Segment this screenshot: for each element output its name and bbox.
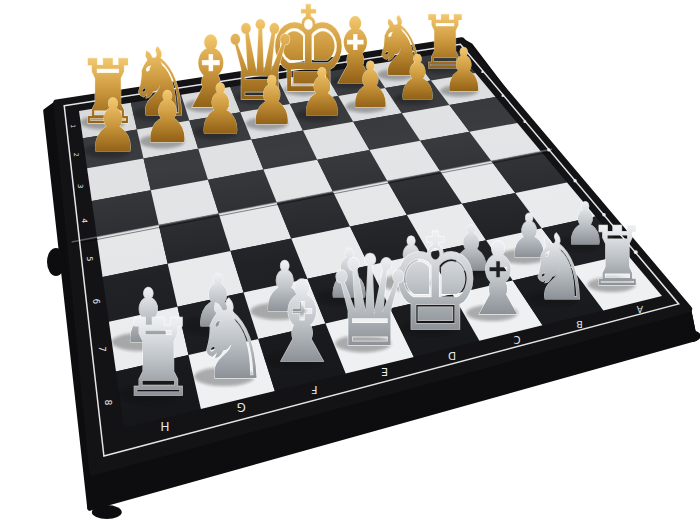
piece-gold-pawn[interactable]: ♟ <box>298 55 345 131</box>
rank-label-1: 1 <box>70 124 76 128</box>
rank-label-5: 5 <box>85 257 94 262</box>
chess-board: HGFEDCBA12345678♜♞♝♚♟♛♟♝♟♞♟♜♟♟♟♟♟♟♟♟♜♟♞♟… <box>0 0 700 521</box>
frame-latch <box>47 248 65 276</box>
rank-label-8: 8 <box>103 399 114 405</box>
file-label-B: B <box>576 319 583 330</box>
right-edge-tick-dot <box>573 179 576 182</box>
rank-label-6: 6 <box>91 299 101 304</box>
frame-foot-left <box>92 505 122 519</box>
chess-set-photo: HGFEDCBA12345678♜♞♝♚♟♛♟♝♟♞♟♜♟♟♟♟♟♟♟♟♜♟♞♟… <box>0 0 700 521</box>
file-label-A: A <box>636 304 643 315</box>
piece-gold-pawn[interactable]: ♟ <box>142 76 193 159</box>
rank-label-4: 4 <box>80 218 89 223</box>
piece-silver-rook[interactable]: ♜ <box>120 297 196 421</box>
piece-gold-pawn[interactable]: ♟ <box>196 69 245 150</box>
right-edge-tick-dot <box>502 95 505 98</box>
piece-silver-rook[interactable]: ♜ <box>588 209 647 304</box>
rank-label-7: 7 <box>97 346 107 352</box>
piece-gold-pawn[interactable]: ♟ <box>248 62 296 139</box>
piece-gold-pawn[interactable]: ♟ <box>442 36 485 106</box>
piece-gold-pawn[interactable]: ♟ <box>87 84 139 169</box>
piece-silver-knight[interactable]: ♞ <box>192 276 270 403</box>
right-edge-tick-dot <box>547 148 550 151</box>
rank-label-2: 2 <box>73 153 80 157</box>
right-edge-tick-dot <box>523 120 526 123</box>
rank-label-3: 3 <box>76 184 84 188</box>
frame-foot-right <box>681 330 700 342</box>
piece-silver-knight[interactable]: ♞ <box>526 215 591 320</box>
piece-silver-bishop[interactable]: ♝ <box>262 257 342 387</box>
piece-gold-pawn[interactable]: ♟ <box>396 42 440 114</box>
file-label-H: H <box>160 419 169 433</box>
piece-gold-pawn[interactable]: ♟ <box>348 49 393 123</box>
